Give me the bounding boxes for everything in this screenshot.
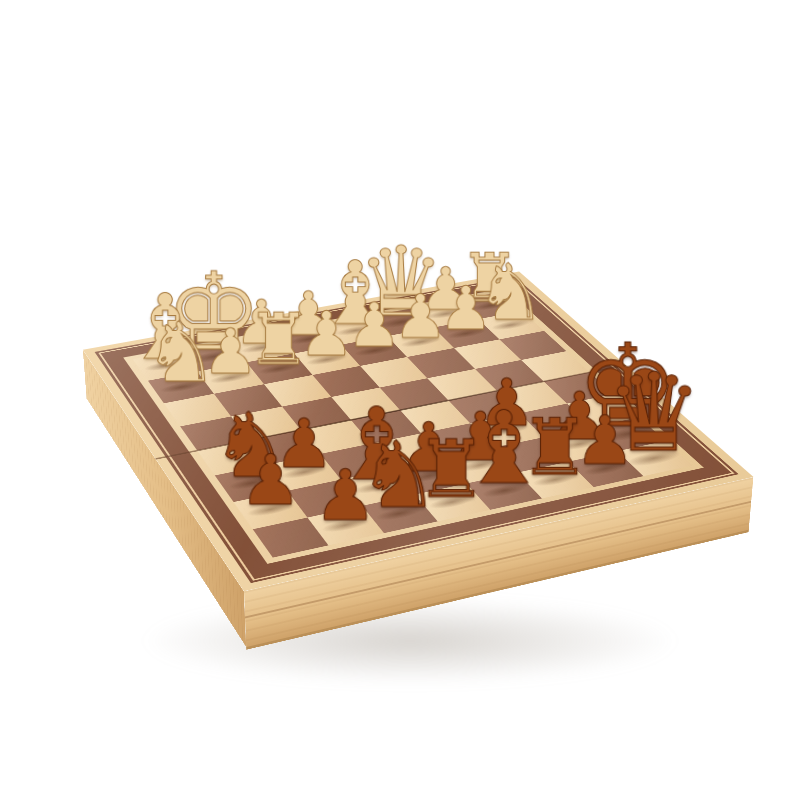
black-pawn-glyph: ♟ [239, 446, 301, 515]
product-photo-scene: ♝♚♟♟♝♛♟♜♞♟♜♟♟♟♟♞♞♟♟♟♝♟♟♟♚♟♞♜♝♜♟♛ [0, 0, 800, 800]
black-pawn-glyph: ♟ [314, 461, 377, 531]
chess-board: ♝♚♟♟♝♛♟♜♞♟♜♟♟♟♟♞♞♟♟♟♝♟♟♟♚♟♞♜♝♜♟♛ [83, 272, 754, 592]
